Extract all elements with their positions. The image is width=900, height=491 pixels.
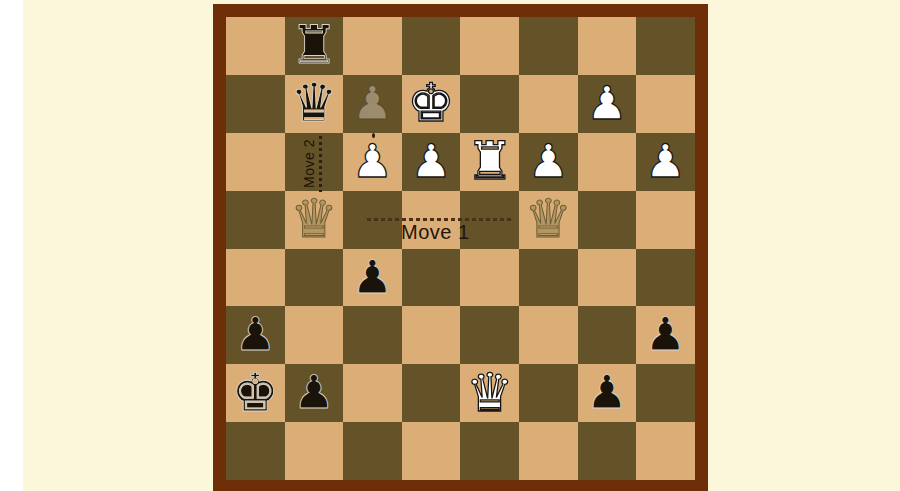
square-h7[interactable]	[636, 75, 695, 133]
square-c4[interactable]: ♟	[343, 249, 402, 307]
piece-white-pawn[interactable]: ♟	[645, 138, 686, 184]
piece-black-pawn[interactable]: ♟	[293, 369, 334, 415]
square-e1[interactable]	[460, 422, 519, 480]
piece-ghost-white-queen[interactable]: ♛	[290, 192, 338, 245]
square-g1[interactable]	[578, 422, 637, 480]
square-b8[interactable]: ♜	[285, 17, 344, 75]
square-c3[interactable]	[343, 306, 402, 364]
square-g8[interactable]	[578, 17, 637, 75]
square-e7[interactable]	[460, 75, 519, 133]
square-g4[interactable]	[578, 249, 637, 307]
square-g7[interactable]: ♟	[578, 75, 637, 133]
square-e8[interactable]	[460, 17, 519, 75]
square-d1[interactable]	[402, 422, 461, 480]
piece-black-pawn[interactable]: ♟	[645, 311, 686, 357]
square-e6[interactable]: ♜	[460, 133, 519, 191]
square-b1[interactable]	[285, 422, 344, 480]
square-a3[interactable]: ♟	[226, 306, 285, 364]
square-c5[interactable]	[343, 191, 402, 249]
piece-white-pawn[interactable]: ♟	[410, 138, 451, 184]
square-b4[interactable]	[285, 249, 344, 307]
square-f5[interactable]: ♛	[519, 191, 578, 249]
square-a5[interactable]	[226, 191, 285, 249]
piece-black-pawn[interactable]: ♟	[352, 254, 393, 300]
piece-black-pawn[interactable]: ♟	[586, 369, 627, 415]
piece-white-pawn[interactable]: ♟	[528, 138, 569, 184]
square-e5[interactable]	[460, 191, 519, 249]
square-d7[interactable]: ♚	[402, 75, 461, 133]
piece-white-king[interactable]: ♚	[407, 76, 455, 129]
square-d8[interactable]	[402, 17, 461, 75]
square-g6[interactable]	[578, 133, 637, 191]
square-c1[interactable]	[343, 422, 402, 480]
square-c7[interactable]: ♟	[343, 75, 402, 133]
square-e2[interactable]: ♛	[460, 364, 519, 422]
piece-white-queen[interactable]: ♛	[466, 366, 514, 419]
square-h3[interactable]: ♟	[636, 306, 695, 364]
square-f6[interactable]: ♟	[519, 133, 578, 191]
square-d2[interactable]	[402, 364, 461, 422]
square-b2[interactable]: ♟	[285, 364, 344, 422]
square-f7[interactable]	[519, 75, 578, 133]
square-b3[interactable]	[285, 306, 344, 364]
piece-white-pawn[interactable]: ♟	[586, 80, 627, 126]
piece-black-pawn[interactable]: ♟	[235, 311, 276, 357]
piece-white-pawn[interactable]: ♟	[352, 138, 393, 184]
piece-ghost-white-pawn[interactable]: ♟	[352, 80, 393, 126]
square-f1[interactable]	[519, 422, 578, 480]
square-d6[interactable]: ♟	[402, 133, 461, 191]
board-squares: ♜♛♟♚♟♟♟♜♟♟♛♛♟♟♟♚♟♛♟	[226, 17, 695, 480]
square-f8[interactable]	[519, 17, 578, 75]
square-h4[interactable]	[636, 249, 695, 307]
square-a6[interactable]	[226, 133, 285, 191]
piece-ghost-white-queen[interactable]: ♛	[525, 192, 573, 245]
square-g3[interactable]	[578, 306, 637, 364]
piece-white-rook[interactable]: ♜	[466, 134, 514, 187]
square-d5[interactable]	[402, 191, 461, 249]
square-a2[interactable]: ♚	[226, 364, 285, 422]
page-background: ♜♛♟♚♟♟♟♜♟♟♛♛♟♟♟♚♟♛♟ Move 1 Move 2	[0, 0, 900, 491]
square-h8[interactable]	[636, 17, 695, 75]
square-c6[interactable]: ♟	[343, 133, 402, 191]
square-g5[interactable]	[578, 191, 637, 249]
square-f4[interactable]	[519, 249, 578, 307]
square-c2[interactable]	[343, 364, 402, 422]
square-b6[interactable]	[285, 133, 344, 191]
square-h6[interactable]: ♟	[636, 133, 695, 191]
left-white-strip	[0, 0, 23, 491]
square-e3[interactable]	[460, 306, 519, 364]
square-d4[interactable]	[402, 249, 461, 307]
square-c8[interactable]	[343, 17, 402, 75]
square-a8[interactable]	[226, 17, 285, 75]
square-d3[interactable]	[402, 306, 461, 364]
square-a1[interactable]	[226, 422, 285, 480]
square-h5[interactable]	[636, 191, 695, 249]
square-f2[interactable]	[519, 364, 578, 422]
piece-black-queen[interactable]: ♛	[290, 76, 338, 129]
square-f3[interactable]	[519, 306, 578, 364]
square-b5[interactable]: ♛	[285, 191, 344, 249]
square-h1[interactable]	[636, 422, 695, 480]
square-h2[interactable]	[636, 364, 695, 422]
square-a4[interactable]	[226, 249, 285, 307]
square-a7[interactable]	[226, 75, 285, 133]
chess-board: ♜♛♟♚♟♟♟♜♟♟♛♛♟♟♟♚♟♛♟ Move 1 Move 2	[213, 4, 708, 491]
piece-black-king[interactable]: ♚	[232, 366, 280, 419]
square-g2[interactable]: ♟	[578, 364, 637, 422]
square-e4[interactable]	[460, 249, 519, 307]
piece-black-rook[interactable]: ♜	[290, 18, 338, 71]
square-b7[interactable]: ♛	[285, 75, 344, 133]
